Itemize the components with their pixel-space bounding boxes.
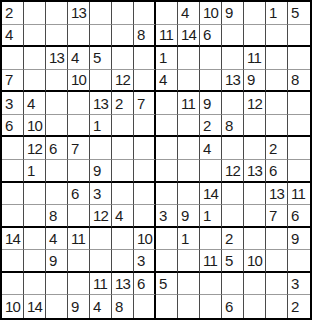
given-digit: 14 bbox=[203, 185, 218, 200]
given-digit: 4 bbox=[49, 230, 57, 245]
cell-r14c6[interactable]: 8 bbox=[112, 295, 134, 318]
cell-r8c6[interactable] bbox=[112, 160, 134, 183]
cell-r10c4[interactable] bbox=[68, 205, 90, 228]
given-digit: 10 bbox=[27, 117, 42, 132]
cell-r5c2[interactable]: 4 bbox=[24, 92, 46, 115]
cell-r8c8[interactable] bbox=[156, 160, 178, 183]
given-digit: 6 bbox=[225, 299, 233, 314]
cell-r6c6[interactable] bbox=[112, 115, 134, 138]
given-digit: 6 bbox=[5, 117, 13, 132]
cell-r11c10[interactable] bbox=[200, 228, 222, 251]
given-digit: 5 bbox=[93, 50, 101, 65]
cell-r9c5[interactable]: 3 bbox=[90, 183, 112, 206]
cell-r3c7[interactable] bbox=[134, 47, 156, 70]
cell-r12c12[interactable]: 10 bbox=[244, 250, 266, 273]
cell-r10c14[interactable]: 6 bbox=[288, 205, 310, 228]
given-digit: 10 bbox=[71, 72, 86, 87]
cell-r5c1[interactable]: 3 bbox=[2, 92, 24, 115]
cell-r13c14[interactable]: 3 bbox=[288, 273, 310, 296]
cell-r3c9[interactable] bbox=[178, 47, 200, 70]
cell-r13c2[interactable] bbox=[24, 273, 46, 296]
given-digit: 3 bbox=[137, 253, 145, 268]
cell-r8c13[interactable]: 6 bbox=[266, 160, 288, 183]
cell-r13c4[interactable] bbox=[68, 273, 90, 296]
cell-r3c12[interactable]: 11 bbox=[244, 47, 266, 70]
cell-r2c1[interactable]: 4 bbox=[2, 25, 24, 48]
cell-r6c1[interactable]: 6 bbox=[2, 115, 24, 138]
given-digit: 12 bbox=[27, 140, 42, 155]
cell-r7c13[interactable]: 2 bbox=[266, 137, 288, 160]
cell-r4c5[interactable] bbox=[90, 70, 112, 93]
cell-r3c2[interactable] bbox=[24, 47, 46, 70]
given-digit: 13 bbox=[269, 185, 284, 200]
cell-r10c6[interactable]: 4 bbox=[112, 205, 134, 228]
cell-r12c9[interactable] bbox=[178, 250, 200, 273]
cell-r2c7[interactable]: 8 bbox=[134, 25, 156, 48]
cell-r8c1[interactable] bbox=[2, 160, 24, 183]
given-digit: 7 bbox=[5, 72, 13, 87]
cell-r2c6[interactable] bbox=[112, 25, 134, 48]
given-digit: 11 bbox=[93, 276, 107, 291]
cell-r14c14[interactable]: 2 bbox=[288, 295, 310, 318]
cell-r10c13[interactable]: 7 bbox=[266, 205, 288, 228]
cell-r3c14[interactable] bbox=[288, 47, 310, 70]
given-digit: 14 bbox=[181, 27, 196, 42]
cell-r9c2[interactable] bbox=[24, 183, 46, 206]
cell-r4c9[interactable] bbox=[178, 70, 200, 93]
cell-r5c5[interactable]: 13 bbox=[90, 92, 112, 115]
cell-r13c9[interactable] bbox=[178, 273, 200, 296]
cell-r13c1[interactable] bbox=[2, 273, 24, 296]
given-digit: 10 bbox=[247, 253, 262, 268]
cell-r11c6[interactable] bbox=[112, 228, 134, 251]
cell-r1c3[interactable] bbox=[46, 2, 68, 25]
given-digit: 11 bbox=[291, 185, 305, 200]
cell-r12c3[interactable]: 9 bbox=[46, 250, 68, 273]
given-digit: 14 bbox=[5, 230, 20, 245]
given-digit: 12 bbox=[115, 72, 130, 87]
given-digit: 11 bbox=[203, 253, 217, 268]
cell-r5c7[interactable]: 7 bbox=[134, 92, 156, 115]
given-digit: 7 bbox=[137, 95, 145, 110]
cell-r4c2[interactable] bbox=[24, 70, 46, 93]
cell-r2c11[interactable] bbox=[222, 25, 244, 48]
cell-r11c2[interactable] bbox=[24, 228, 46, 251]
cell-r9c7[interactable] bbox=[134, 183, 156, 206]
given-digit: 5 bbox=[291, 5, 299, 20]
cell-r10c7[interactable] bbox=[134, 205, 156, 228]
cell-r10c12[interactable] bbox=[244, 205, 266, 228]
cell-r8c12[interactable]: 13 bbox=[244, 160, 266, 183]
cell-r5c3[interactable] bbox=[46, 92, 68, 115]
given-digit: 4 bbox=[181, 5, 189, 20]
cell-r5c12[interactable]: 12 bbox=[244, 92, 266, 115]
given-digit: 9 bbox=[225, 5, 233, 20]
given-digit: 4 bbox=[93, 299, 101, 314]
given-digit: 9 bbox=[247, 72, 255, 87]
cell-r5c11[interactable] bbox=[222, 92, 244, 115]
cell-r14c4[interactable]: 9 bbox=[68, 295, 90, 318]
cell-r7c6[interactable] bbox=[112, 137, 134, 160]
cell-r4c3[interactable] bbox=[46, 70, 68, 93]
cell-r13c13[interactable] bbox=[266, 273, 288, 296]
cell-r11c4[interactable]: 11 bbox=[68, 228, 90, 251]
cell-r11c3[interactable]: 4 bbox=[46, 228, 68, 251]
given-digit: 4 bbox=[203, 140, 211, 155]
given-digit: 6 bbox=[269, 162, 277, 177]
cell-r9c12[interactable] bbox=[244, 183, 266, 206]
given-digit: 4 bbox=[159, 72, 167, 87]
cell-r2c3[interactable] bbox=[46, 25, 68, 48]
cell-r7c9[interactable] bbox=[178, 137, 200, 160]
given-digit: 11 bbox=[159, 27, 173, 42]
cell-r7c2[interactable]: 12 bbox=[24, 137, 46, 160]
given-digit: 9 bbox=[93, 162, 101, 177]
cell-r9c11[interactable] bbox=[222, 183, 244, 206]
given-digit: 4 bbox=[115, 207, 123, 222]
given-digit: 4 bbox=[5, 27, 13, 42]
cell-r4c4[interactable]: 10 bbox=[68, 70, 90, 93]
cell-r1c4[interactable]: 13 bbox=[68, 2, 90, 25]
given-digit: 4 bbox=[27, 95, 35, 110]
given-digit: 2 bbox=[203, 117, 211, 132]
cell-r6c8[interactable] bbox=[156, 115, 178, 138]
cell-r12c10[interactable]: 11 bbox=[200, 250, 222, 273]
cell-r9c13[interactable]: 13 bbox=[266, 183, 288, 206]
cell-r10c11[interactable] bbox=[222, 205, 244, 228]
cell-r13c5[interactable]: 11 bbox=[90, 273, 112, 296]
cell-r3c3[interactable]: 13 bbox=[46, 47, 68, 70]
cell-r3c1[interactable] bbox=[2, 47, 24, 70]
cell-r2c10[interactable]: 6 bbox=[200, 25, 222, 48]
cell-r14c1[interactable]: 10 bbox=[2, 295, 24, 318]
cell-r8c2[interactable]: 1 bbox=[24, 160, 46, 183]
cell-r6c11[interactable]: 8 bbox=[222, 115, 244, 138]
cell-r9c9[interactable] bbox=[178, 183, 200, 206]
given-digit: 6 bbox=[71, 185, 79, 200]
cell-r3c11[interactable] bbox=[222, 47, 244, 70]
cell-r6c2[interactable]: 10 bbox=[24, 115, 46, 138]
given-digit: 1 bbox=[93, 117, 101, 132]
cell-r11c5[interactable] bbox=[90, 228, 112, 251]
cell-r5c10[interactable]: 9 bbox=[200, 92, 222, 115]
cell-r13c6[interactable]: 13 bbox=[112, 273, 134, 296]
given-digit: 8 bbox=[225, 117, 233, 132]
given-digit: 6 bbox=[203, 27, 211, 42]
cell-r4c11[interactable]: 13 bbox=[222, 70, 244, 93]
cell-r10c10[interactable]: 1 bbox=[200, 205, 222, 228]
cell-r13c3[interactable] bbox=[46, 273, 68, 296]
given-digit: 3 bbox=[93, 185, 101, 200]
cell-r11c11[interactable]: 2 bbox=[222, 228, 244, 251]
cell-r9c1[interactable] bbox=[2, 183, 24, 206]
given-digit: 11 bbox=[247, 50, 261, 65]
sudoku-page: 2134109154811146134511171012413983413271… bbox=[0, 0, 312, 320]
cell-r4c13[interactable] bbox=[266, 70, 288, 93]
cell-r2c2[interactable] bbox=[24, 25, 46, 48]
cell-r9c10[interactable]: 14 bbox=[200, 183, 222, 206]
cell-r11c7[interactable]: 10 bbox=[134, 228, 156, 251]
cell-r12c7[interactable]: 3 bbox=[134, 250, 156, 273]
cell-r7c4[interactable]: 7 bbox=[68, 137, 90, 160]
cell-r3c5[interactable]: 5 bbox=[90, 47, 112, 70]
cell-r7c3[interactable]: 6 bbox=[46, 137, 68, 160]
cell-r5c6[interactable]: 2 bbox=[112, 92, 134, 115]
cell-r11c9[interactable]: 1 bbox=[178, 228, 200, 251]
cell-r12c11[interactable]: 5 bbox=[222, 250, 244, 273]
given-digit: 8 bbox=[49, 207, 57, 222]
given-digit: 11 bbox=[71, 230, 85, 245]
cell-r3c4[interactable]: 4 bbox=[68, 47, 90, 70]
cell-r5c9[interactable]: 11 bbox=[178, 92, 200, 115]
cell-r7c12[interactable] bbox=[244, 137, 266, 160]
cell-r10c5[interactable]: 12 bbox=[90, 205, 112, 228]
cell-r13c7[interactable]: 6 bbox=[134, 273, 156, 296]
given-digit: 8 bbox=[115, 299, 123, 314]
cell-r9c4[interactable]: 6 bbox=[68, 183, 90, 206]
cell-r14c10[interactable] bbox=[200, 295, 222, 318]
cell-r4c7[interactable] bbox=[134, 70, 156, 93]
given-digit: 5 bbox=[225, 253, 233, 268]
given-digit: 9 bbox=[291, 230, 299, 245]
cell-r14c8[interactable] bbox=[156, 295, 178, 318]
cell-r2c5[interactable] bbox=[90, 25, 112, 48]
given-digit: 5 bbox=[159, 276, 167, 291]
cell-r1c2[interactable] bbox=[24, 2, 46, 25]
cell-r12c14[interactable] bbox=[288, 250, 310, 273]
cell-r4c14[interactable]: 8 bbox=[288, 70, 310, 93]
cell-r7c8[interactable] bbox=[156, 137, 178, 160]
given-digit: 7 bbox=[71, 140, 79, 155]
cell-r8c4[interactable] bbox=[68, 160, 90, 183]
cell-r11c8[interactable] bbox=[156, 228, 178, 251]
given-digit: 2 bbox=[291, 299, 299, 314]
cell-r7c14[interactable] bbox=[288, 137, 310, 160]
given-digit: 13 bbox=[247, 162, 262, 177]
cell-r13c8[interactable]: 5 bbox=[156, 273, 178, 296]
given-digit: 8 bbox=[291, 72, 299, 87]
cell-r6c10[interactable]: 2 bbox=[200, 115, 222, 138]
cell-r4c10[interactable] bbox=[200, 70, 222, 93]
cell-r7c11[interactable] bbox=[222, 137, 244, 160]
given-digit: 14 bbox=[27, 299, 42, 314]
cell-r1c12[interactable] bbox=[244, 2, 266, 25]
given-digit: 2 bbox=[115, 95, 123, 110]
cell-r9c14[interactable]: 11 bbox=[288, 183, 310, 206]
given-digit: 2 bbox=[269, 140, 277, 155]
given-digit: 12 bbox=[225, 162, 240, 177]
cell-r14c13[interactable] bbox=[266, 295, 288, 318]
cell-r8c11[interactable]: 12 bbox=[222, 160, 244, 183]
cell-r12c8[interactable] bbox=[156, 250, 178, 273]
cell-r14c9[interactable] bbox=[178, 295, 200, 318]
given-digit: 13 bbox=[93, 95, 108, 110]
cell-r12c13[interactable] bbox=[266, 250, 288, 273]
cell-r13c10[interactable] bbox=[200, 273, 222, 296]
cell-r14c11[interactable]: 6 bbox=[222, 295, 244, 318]
cell-r8c9[interactable] bbox=[178, 160, 200, 183]
cell-r8c3[interactable] bbox=[46, 160, 68, 183]
cell-r7c7[interactable] bbox=[134, 137, 156, 160]
cell-r3c8[interactable]: 1 bbox=[156, 47, 178, 70]
given-digit: 12 bbox=[93, 207, 108, 222]
cell-r6c14[interactable] bbox=[288, 115, 310, 138]
cell-r14c7[interactable] bbox=[134, 295, 156, 318]
cell-r11c1[interactable]: 14 bbox=[2, 228, 24, 251]
cell-r6c7[interactable] bbox=[134, 115, 156, 138]
given-digit: 10 bbox=[203, 5, 218, 20]
cell-r1c7[interactable] bbox=[134, 2, 156, 25]
given-digit: 11 bbox=[181, 95, 195, 110]
cell-r6c12[interactable] bbox=[244, 115, 266, 138]
given-digit: 6 bbox=[291, 207, 299, 222]
cell-r5c13[interactable] bbox=[266, 92, 288, 115]
given-digit: 13 bbox=[71, 5, 86, 20]
cell-r1c5[interactable] bbox=[90, 2, 112, 25]
cell-r3c10[interactable] bbox=[200, 47, 222, 70]
given-digit: 1 bbox=[27, 162, 35, 177]
given-digit: 9 bbox=[71, 299, 79, 314]
given-digit: 1 bbox=[181, 230, 189, 245]
cell-r5c4[interactable] bbox=[68, 92, 90, 115]
cell-r2c9[interactable]: 14 bbox=[178, 25, 200, 48]
cell-r1c8[interactable] bbox=[156, 2, 178, 25]
cell-r12c6[interactable] bbox=[112, 250, 134, 273]
given-digit: 9 bbox=[203, 95, 211, 110]
given-digit: 10 bbox=[137, 230, 152, 245]
cell-r3c13[interactable] bbox=[266, 47, 288, 70]
given-digit: 9 bbox=[49, 253, 57, 268]
cell-r10c3[interactable]: 8 bbox=[46, 205, 68, 228]
given-digit: 10 bbox=[5, 299, 20, 314]
given-digit: 2 bbox=[225, 230, 233, 245]
given-digit: 1 bbox=[269, 5, 277, 20]
cell-r8c5[interactable]: 9 bbox=[90, 160, 112, 183]
given-digit: 6 bbox=[49, 140, 57, 155]
sudoku-board: 2134109154811146134511171012413983413271… bbox=[0, 0, 312, 320]
cell-r14c3[interactable] bbox=[46, 295, 68, 318]
cell-r8c7[interactable] bbox=[134, 160, 156, 183]
cell-r14c12[interactable] bbox=[244, 295, 266, 318]
cell-r5c8[interactable] bbox=[156, 92, 178, 115]
given-digit: 4 bbox=[71, 50, 79, 65]
cell-r13c12[interactable] bbox=[244, 273, 266, 296]
cell-r6c4[interactable] bbox=[68, 115, 90, 138]
given-digit: 3 bbox=[291, 276, 299, 291]
cell-r1c13[interactable]: 1 bbox=[266, 2, 288, 25]
cell-r2c8[interactable]: 11 bbox=[156, 25, 178, 48]
cell-r4c12[interactable]: 9 bbox=[244, 70, 266, 93]
cell-r3c6[interactable] bbox=[112, 47, 134, 70]
cell-r1c1[interactable]: 2 bbox=[2, 2, 24, 25]
given-digit: 13 bbox=[115, 276, 130, 291]
cell-r11c12[interactable] bbox=[244, 228, 266, 251]
cell-r14c5[interactable]: 4 bbox=[90, 295, 112, 318]
given-digit: 13 bbox=[49, 50, 64, 65]
cell-r7c1[interactable] bbox=[2, 137, 24, 160]
cell-r10c2[interactable] bbox=[24, 205, 46, 228]
cell-r11c14[interactable]: 9 bbox=[288, 228, 310, 251]
cell-r9c3[interactable] bbox=[46, 183, 68, 206]
cell-r4c8[interactable]: 4 bbox=[156, 70, 178, 93]
cell-r1c9[interactable]: 4 bbox=[178, 2, 200, 25]
given-digit: 6 bbox=[137, 276, 145, 291]
cell-r12c5[interactable] bbox=[90, 250, 112, 273]
cell-r2c13[interactable] bbox=[266, 25, 288, 48]
cell-r12c4[interactable] bbox=[68, 250, 90, 273]
cell-r12c1[interactable] bbox=[2, 250, 24, 273]
cell-r6c5[interactable]: 1 bbox=[90, 115, 112, 138]
cell-r11c13[interactable] bbox=[266, 228, 288, 251]
cell-r1c11[interactable]: 9 bbox=[222, 2, 244, 25]
cell-r1c6[interactable] bbox=[112, 2, 134, 25]
given-digit: 3 bbox=[5, 95, 13, 110]
cell-r8c14[interactable] bbox=[288, 160, 310, 183]
cell-r6c9[interactable] bbox=[178, 115, 200, 138]
cell-r6c13[interactable] bbox=[266, 115, 288, 138]
cell-r9c8[interactable] bbox=[156, 183, 178, 206]
cell-r1c10[interactable]: 10 bbox=[200, 2, 222, 25]
cell-r5c14[interactable] bbox=[288, 92, 310, 115]
cell-r12c2[interactable] bbox=[24, 250, 46, 273]
cell-r6c3[interactable] bbox=[46, 115, 68, 138]
cell-r4c6[interactable]: 12 bbox=[112, 70, 134, 93]
cell-r2c14[interactable] bbox=[288, 25, 310, 48]
given-digit: 12 bbox=[247, 95, 262, 110]
cell-r14c2[interactable]: 14 bbox=[24, 295, 46, 318]
cell-r7c5[interactable] bbox=[90, 137, 112, 160]
given-digit: 1 bbox=[159, 50, 167, 65]
given-digit: 9 bbox=[181, 207, 189, 222]
cell-r9c6[interactable] bbox=[112, 183, 134, 206]
given-digit: 7 bbox=[269, 207, 277, 222]
cell-r10c9[interactable]: 9 bbox=[178, 205, 200, 228]
cell-r8c10[interactable] bbox=[200, 160, 222, 183]
cell-r2c4[interactable] bbox=[68, 25, 90, 48]
given-digit: 3 bbox=[159, 207, 167, 222]
given-digit: 8 bbox=[137, 27, 145, 42]
cell-r7c10[interactable]: 4 bbox=[200, 137, 222, 160]
cell-r13c11[interactable] bbox=[222, 273, 244, 296]
cell-r2c12[interactable] bbox=[244, 25, 266, 48]
given-digit: 1 bbox=[203, 207, 211, 222]
cell-r4c1[interactable]: 7 bbox=[2, 70, 24, 93]
given-digit: 2 bbox=[5, 5, 13, 20]
cell-r1c14[interactable]: 5 bbox=[288, 2, 310, 25]
cell-r10c8[interactable]: 3 bbox=[156, 205, 178, 228]
given-digit: 13 bbox=[225, 72, 240, 87]
cell-r10c1[interactable] bbox=[2, 205, 24, 228]
